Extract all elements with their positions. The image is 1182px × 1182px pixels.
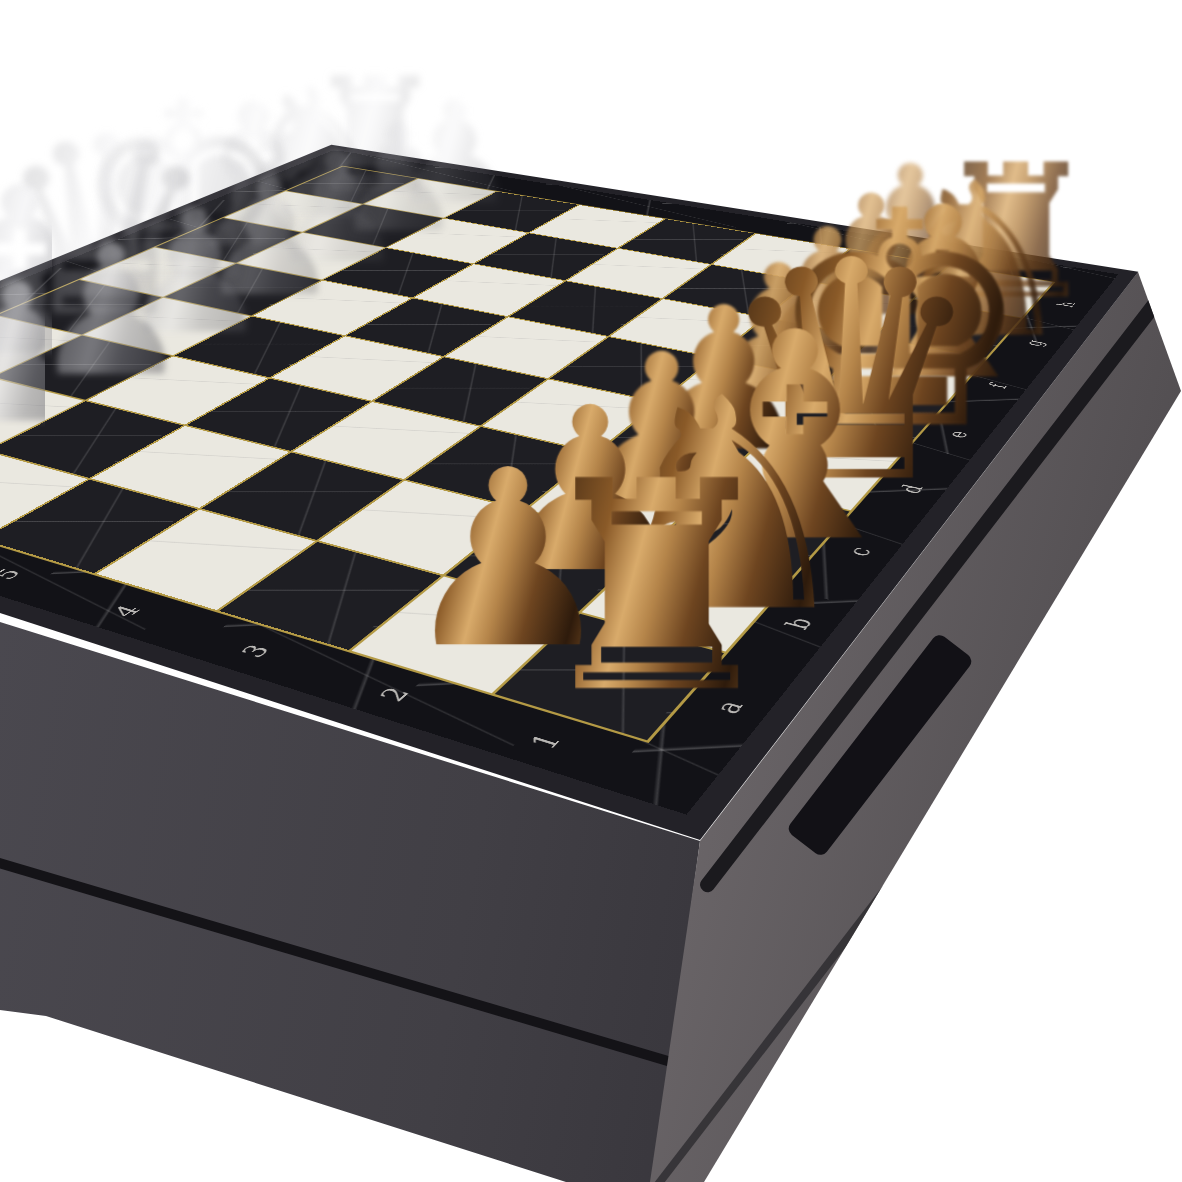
chess-board: ♜♞♝♛♚♝♞♜♟♟♟♟♟♟♟♟♟♟♟♟♟♟♟♟♜♞♝♛♚♝♞♜ abcdefg… <box>0 145 1138 840</box>
perspective-scene: ♜♞♝♛♚♝♞♜♟♟♟♟♟♟♟♟♟♟♟♟♟♟♟♟♜♞♝♛♚♝♞♜ abcdefg… <box>0 0 1182 1182</box>
file-label-a: a <box>707 697 751 718</box>
product-photo: ♜♞♝♛♚♝♞♜♟♟♟♟♟♟♟♟♟♟♟♟♟♟♟♟♜♞♝♛♚♝♞♜ abcdefg… <box>0 0 1182 1182</box>
rank-label-4: 4 <box>106 602 147 620</box>
rank-label-5: 5 <box>0 566 27 582</box>
